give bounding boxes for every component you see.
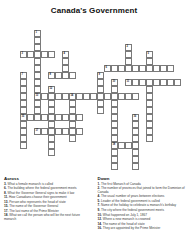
clue-number: 3. [4,182,8,186]
grid-cell[interactable] [41,128,48,135]
grid-cell[interactable] [34,86,41,93]
grid-cell[interactable] [132,93,139,100]
cell-number: 3 [21,52,22,55]
grid-cell[interactable] [104,93,111,100]
grid-cell[interactable] [34,100,41,107]
grid-cell[interactable] [132,142,139,149]
grid-cell[interactable] [139,65,146,72]
grid-cell[interactable]: 5 [146,51,153,58]
grid-cell[interactable] [76,114,83,121]
grid-cell[interactable] [146,114,153,121]
grid-cell[interactable] [167,65,174,72]
grid-cell[interactable] [48,51,55,58]
grid-cell[interactable] [146,86,153,93]
grid-cell[interactable] [111,128,118,135]
grid-cell[interactable] [132,163,139,170]
grid-cell[interactable] [48,114,55,121]
grid-cell[interactable] [41,51,48,58]
clue-number: 17. [4,209,9,213]
grid-cell[interactable] [20,135,27,142]
grid-cell[interactable] [111,100,118,107]
clue-section: Across 3. What a female monarch is calle… [4,176,186,232]
grid-cell[interactable] [146,128,153,135]
grid-cell[interactable] [125,142,132,149]
grid-cell[interactable] [118,65,125,72]
grid-cell[interactable] [20,79,27,86]
clue-number: 18. [4,213,9,217]
grid-cell[interactable] [111,135,118,142]
grid-cell[interactable] [111,93,118,100]
grid-cell[interactable] [139,79,146,86]
down-header: Down [98,176,187,181]
grid-cell[interactable] [48,121,55,128]
grid-cell[interactable] [174,79,181,86]
grid-cell[interactable] [62,93,69,100]
grid-cell[interactable]: 15 [20,114,27,121]
grid-cell[interactable] [41,93,48,100]
down-clues: Down 1. The first Monarch of Canada2. Th… [98,176,187,232]
grid-cell[interactable]: 6 [104,65,111,72]
grid-cell[interactable] [34,58,41,65]
grid-cell[interactable] [48,142,55,149]
across-list: 3. What a female monarch is called6. The… [4,183,93,222]
grid-cell[interactable] [90,93,97,100]
grid-cell[interactable] [132,65,139,72]
cell-number: 17 [35,129,38,132]
grid-cell[interactable] [20,142,27,149]
clue-number: 7. [98,203,102,207]
grid-cell[interactable] [48,107,55,114]
grid-cell[interactable]: 17 [34,128,41,135]
grid-cell[interactable] [69,72,76,79]
grid-cell[interactable] [111,114,118,121]
grid-cell[interactable] [48,135,55,142]
grid-cell[interactable] [69,100,76,107]
clue-number: 5. [98,199,102,203]
grid-cell[interactable] [20,107,27,114]
grid-cell[interactable] [62,72,69,79]
grid-cell[interactable] [111,107,118,114]
grid-cell[interactable]: 3 [20,51,27,58]
grid-cell[interactable] [27,114,34,121]
grid-cell[interactable] [20,86,27,93]
grid-cell[interactable] [34,65,41,72]
cell-number: 7 [21,73,22,76]
grid-cell[interactable] [20,93,27,100]
clue-number: 8. [4,191,8,195]
grid-cell[interactable]: 7 [20,72,27,79]
grid-cell[interactable]: 18 [111,142,118,149]
grid-cell[interactable] [48,128,55,135]
grid-cell[interactable] [132,128,139,135]
clue-number: 13. [4,200,9,204]
grid-cell[interactable] [111,163,118,170]
grid-cell[interactable] [62,65,69,72]
grid-cell[interactable] [132,135,139,142]
grid-cell[interactable] [76,93,83,100]
grid-cell[interactable] [55,114,62,121]
grid-cell[interactable] [69,135,76,142]
grid-cell[interactable] [118,93,125,100]
grid-cell[interactable]: 12 [48,86,55,93]
clue-number: 4. [98,194,102,198]
cell-number: 12 [49,87,52,90]
grid-cell[interactable] [20,100,27,107]
grid-cell[interactable] [20,128,27,135]
puzzle-title: Canada's Government [0,0,188,15]
grid-cell[interactable] [97,107,104,114]
grid-cell[interactable] [146,100,153,107]
grid-cell[interactable] [111,65,118,72]
grid-cell[interactable] [34,51,41,58]
across-header: Across [4,176,93,181]
grid-cell[interactable] [97,86,104,93]
grid-cell[interactable] [111,121,118,128]
grid-cell[interactable]: 11 [125,79,132,86]
grid-cell[interactable] [146,79,153,86]
grid-cell[interactable] [69,107,76,114]
clue-item: 18. What we call the person who will be … [4,214,93,222]
worksheet-page: Canada's Government 12345678910111213141… [0,0,188,15]
grid-cell[interactable]: 14 [69,93,76,100]
grid-cell[interactable] [41,114,48,121]
grid-cell[interactable] [48,93,55,100]
grid-cell[interactable] [146,121,153,128]
grid-cell[interactable] [111,86,118,93]
grid-cell[interactable]: 9 [97,72,104,79]
grid-cell[interactable] [62,128,69,135]
grid-cell[interactable] [167,79,174,86]
clue-number: 15. [4,204,9,208]
clue-number: 10. [98,213,103,217]
down-list: 1. The first Monarch of Canada2. The num… [98,183,187,231]
grid-cell[interactable] [132,121,139,128]
grid-cell[interactable] [146,65,153,72]
cell-number: 10 [112,80,115,83]
grid-cell[interactable] [34,44,41,51]
grid-cell[interactable] [34,72,41,79]
grid-cell[interactable] [111,149,118,156]
grid-cell[interactable]: 16 [132,114,139,121]
clue-number: 16. [98,226,103,230]
grid-cell[interactable] [160,65,167,72]
grid-cell[interactable] [160,79,167,86]
grid-cell[interactable] [48,149,55,156]
crossword-grid: 123456789101112131415161718 [6,30,182,171]
grid-cell[interactable] [20,121,27,128]
grid-cell[interactable] [132,156,139,163]
grid-cell[interactable]: 10 [111,79,118,86]
cell-number: 16 [133,115,136,118]
grid-cell[interactable]: 1 [34,30,41,37]
grid-cell[interactable] [34,37,41,44]
grid-cell[interactable] [62,58,69,65]
grid-cell[interactable] [125,65,132,72]
grid-cell[interactable] [146,135,153,142]
across-clues: Across 3. What a female monarch is calle… [4,176,93,232]
grid-cell[interactable]: 4 [62,51,69,58]
clue-number: 11. [4,195,9,199]
cell-number: 5 [147,52,148,55]
clue-item: 16. They are appointed by the Prime Mini… [98,227,187,231]
grid-cell[interactable] [48,100,55,107]
grid-cell[interactable]: 8 [48,72,55,79]
grid-cell[interactable] [146,58,153,65]
clue-number: 2. [98,186,102,190]
cell-number: 9 [98,73,99,76]
cell-number: 2 [126,45,127,48]
cell-number: 8 [49,73,50,76]
cell-number: 6 [105,66,106,69]
grid-cell[interactable] [125,93,132,100]
grid-cell[interactable] [55,93,62,100]
cell-number: 18 [112,143,115,146]
grid-cell[interactable] [146,107,153,114]
grid-cell[interactable] [55,72,62,79]
grid-cell[interactable] [125,51,132,58]
grid-cell[interactable] [153,79,160,86]
cell-number: 13 [35,94,38,97]
clue-number: 12. [98,217,103,221]
grid-cell[interactable] [69,114,76,121]
grid-cell[interactable] [34,114,41,121]
cell-number: 11 [126,80,129,83]
cell-number: 15 [21,115,24,118]
grid-cell[interactable] [97,100,104,107]
clue-number: 6. [4,186,8,190]
grid-cell[interactable] [132,79,139,86]
grid-cell[interactable] [118,142,125,149]
grid-cell[interactable]: 2 [125,44,132,51]
grid-cell[interactable] [34,107,41,114]
grid-cell[interactable] [153,65,160,72]
cell-number: 14 [70,94,73,97]
grid-cell[interactable] [125,58,132,65]
clue-number: 9. [98,208,102,212]
grid-cell[interactable] [76,128,83,135]
grid-cell[interactable] [132,149,139,156]
grid-cell[interactable] [62,114,69,121]
grid-cell[interactable] [69,128,76,135]
grid-cell[interactable] [27,51,34,58]
grid-cell[interactable] [69,121,76,128]
grid-cell[interactable] [111,156,118,163]
cell-number: 4 [63,52,64,55]
cell-number: 1 [35,31,36,34]
grid-cell[interactable]: 13 [34,93,41,100]
grid-cell[interactable] [97,93,104,100]
grid-cell[interactable] [97,79,104,86]
grid-cell[interactable] [83,93,90,100]
clue-number: 14. [98,222,103,226]
grid-cell[interactable] [34,79,41,86]
grid-cell[interactable] [55,128,62,135]
clue-number: 1. [98,182,102,186]
grid-cell[interactable] [146,93,153,100]
